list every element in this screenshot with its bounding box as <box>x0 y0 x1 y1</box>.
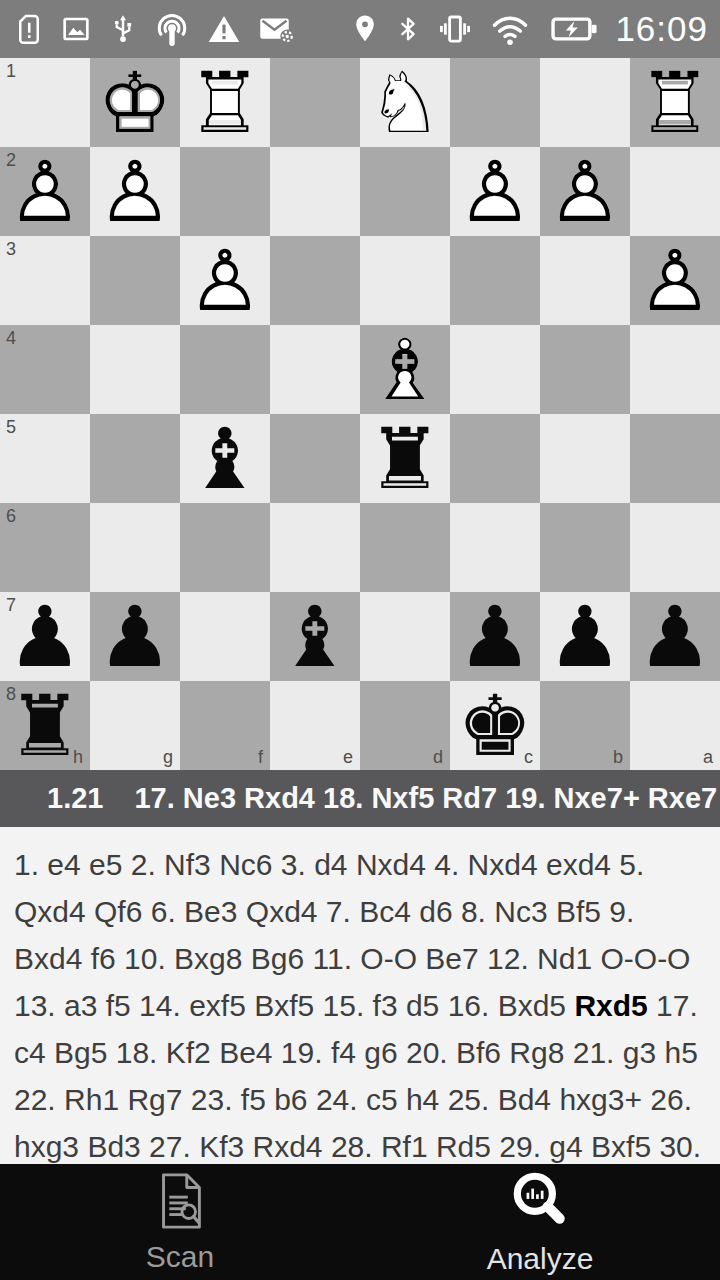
white-pawn: ♟♙ <box>0 147 90 236</box>
square-b1[interactable] <box>540 58 630 147</box>
square-c4[interactable] <box>450 325 540 414</box>
square-d4[interactable]: ♝♗ <box>360 325 450 414</box>
square-g7[interactable]: ♟ <box>90 592 180 681</box>
square-e3[interactable] <box>270 236 360 325</box>
black-rook: ♜ <box>0 681 90 770</box>
square-d8[interactable]: d <box>360 681 450 770</box>
engine-eval-bar[interactable]: 1.21 17. Ne3 Rxd4 18. Nxf5 Rd7 19. Nxe7+… <box>0 770 720 827</box>
square-f6[interactable] <box>180 503 270 592</box>
square-a4[interactable] <box>630 325 720 414</box>
square-c2[interactable]: ♟♙ <box>450 147 540 236</box>
square-c8[interactable]: c♚ <box>450 681 540 770</box>
current-move[interactable]: Rxd5 <box>574 989 647 1022</box>
square-c6[interactable] <box>450 503 540 592</box>
square-e7[interactable]: ♝ <box>270 592 360 681</box>
square-a1[interactable]: ♜♖ <box>630 58 720 147</box>
square-b3[interactable] <box>540 236 630 325</box>
square-c1[interactable] <box>450 58 540 147</box>
square-e6[interactable] <box>270 503 360 592</box>
sim-alert-icon <box>14 12 44 46</box>
usb-icon <box>108 12 138 46</box>
bottom-nav: Scan Analyze <box>0 1164 720 1280</box>
file-label-g: g <box>163 748 173 766</box>
file-label-b: b <box>613 748 623 766</box>
white-pawn: ♟♙ <box>90 147 180 236</box>
black-bishop: ♝ <box>180 414 270 503</box>
square-h1[interactable]: 1 <box>0 58 90 147</box>
square-d1[interactable]: ♞♘ <box>360 58 450 147</box>
tab-analyze[interactable]: Analyze <box>360 1164 720 1280</box>
square-e4[interactable] <box>270 325 360 414</box>
square-g8[interactable]: g <box>90 681 180 770</box>
rank-label-4: 4 <box>6 329 16 347</box>
app-screen: 16:09 1♚♔♜♖♞♘♜♖2♟♙♟♙♟♙♟♙3♟♙♟♙4♝♗5♝♜67♟♟♝… <box>0 0 720 1280</box>
scan-document-icon <box>149 1170 211 1236</box>
vibrate-icon <box>437 12 473 46</box>
black-bishop: ♝ <box>270 592 360 681</box>
black-pawn: ♟ <box>90 592 180 681</box>
square-e5[interactable] <box>270 414 360 503</box>
status-bar: 16:09 <box>0 0 720 58</box>
battery-charging-icon <box>547 12 603 46</box>
square-e8[interactable]: e <box>270 681 360 770</box>
square-a5[interactable] <box>630 414 720 503</box>
square-f8[interactable]: f <box>180 681 270 770</box>
square-f7[interactable] <box>180 592 270 681</box>
location-icon <box>351 12 379 46</box>
square-h2[interactable]: 2♟♙ <box>0 147 90 236</box>
square-d7[interactable] <box>360 592 450 681</box>
square-h5[interactable]: 5 <box>0 414 90 503</box>
rank-label-1: 1 <box>6 62 16 80</box>
square-a6[interactable] <box>630 503 720 592</box>
file-label-d: d <box>433 748 443 766</box>
wifi-icon <box>489 12 531 46</box>
white-pawn: ♟♙ <box>630 236 720 325</box>
file-label-a: a <box>703 748 713 766</box>
move-list: 1. e4 e5 2. Nf3 Nc6 3. d4 Nxd4 4. Nxd4 e… <box>14 841 706 1217</box>
white-knight: ♞♘ <box>360 58 450 147</box>
file-label-e: e <box>343 748 353 766</box>
black-pawn: ♟ <box>540 592 630 681</box>
analyze-label: Analyze <box>487 1242 594 1276</box>
square-a2[interactable] <box>630 147 720 236</box>
white-rook: ♜♖ <box>630 58 720 147</box>
white-pawn: ♟♙ <box>180 236 270 325</box>
engine-best-line: 17. Ne3 Rxd4 18. Nxf5 Rd7 19. Nxe7+ Rxe7… <box>134 782 720 815</box>
square-c7[interactable]: ♟ <box>450 592 540 681</box>
square-h7[interactable]: 7♟ <box>0 592 90 681</box>
tab-scan[interactable]: Scan <box>0 1164 360 1280</box>
square-f4[interactable] <box>180 325 270 414</box>
chess-board[interactable]: 1♚♔♜♖♞♘♜♖2♟♙♟♙♟♙♟♙3♟♙♟♙4♝♗5♝♜67♟♟♝♟♟♟8h♜… <box>0 58 720 770</box>
square-b7[interactable]: ♟ <box>540 592 630 681</box>
square-a8[interactable]: a <box>630 681 720 770</box>
black-pawn: ♟ <box>0 592 90 681</box>
square-b5[interactable] <box>540 414 630 503</box>
rank-label-6: 6 <box>6 507 16 525</box>
white-king: ♚♔ <box>90 58 180 147</box>
white-pawn: ♟♙ <box>540 147 630 236</box>
square-d6[interactable] <box>360 503 450 592</box>
white-pawn: ♟♙ <box>450 147 540 236</box>
square-h4[interactable]: 4 <box>0 325 90 414</box>
square-g2[interactable]: ♟♙ <box>90 147 180 236</box>
black-king: ♚ <box>450 681 540 770</box>
black-pawn: ♟ <box>450 592 540 681</box>
warning-icon <box>206 13 242 45</box>
square-e1[interactable] <box>270 58 360 147</box>
square-c3[interactable] <box>450 236 540 325</box>
square-f3[interactable]: ♟♙ <box>180 236 270 325</box>
rank-label-5: 5 <box>6 418 16 436</box>
white-bishop: ♝♗ <box>360 325 450 414</box>
square-b8[interactable]: b <box>540 681 630 770</box>
square-c5[interactable] <box>450 414 540 503</box>
square-f2[interactable] <box>180 147 270 236</box>
square-d3[interactable] <box>360 236 450 325</box>
square-g5[interactable] <box>90 414 180 503</box>
square-f5[interactable]: ♝ <box>180 414 270 503</box>
square-h6[interactable]: 6 <box>0 503 90 592</box>
square-d5[interactable]: ♜ <box>360 414 450 503</box>
hotspot-icon <box>154 11 190 47</box>
scan-label: Scan <box>146 1240 214 1274</box>
square-e2[interactable] <box>270 147 360 236</box>
square-h3[interactable]: 3 <box>0 236 90 325</box>
square-a7[interactable]: ♟ <box>630 592 720 681</box>
file-label-f: f <box>258 748 263 766</box>
square-g6[interactable] <box>90 503 180 592</box>
square-b4[interactable] <box>540 325 630 414</box>
gallery-icon <box>60 13 92 45</box>
square-b6[interactable] <box>540 503 630 592</box>
square-h8[interactable]: 8h♜ <box>0 681 90 770</box>
square-g4[interactable] <box>90 325 180 414</box>
bluetooth-icon <box>395 12 421 46</box>
black-rook: ♜ <box>360 414 450 503</box>
black-pawn: ♟ <box>630 592 720 681</box>
square-g3[interactable] <box>90 236 180 325</box>
square-d2[interactable] <box>360 147 450 236</box>
rank-label-3: 3 <box>6 240 16 258</box>
square-f1[interactable]: ♜♖ <box>180 58 270 147</box>
analyze-magnifier-icon <box>507 1168 573 1238</box>
square-g1[interactable]: ♚♔ <box>90 58 180 147</box>
square-b2[interactable]: ♟♙ <box>540 147 630 236</box>
square-a3[interactable]: ♟♙ <box>630 236 720 325</box>
clock-text: 16:09 <box>615 9 708 49</box>
move-list-panel[interactable]: 1. e4 e5 2. Nf3 Nc6 3. d4 Nxd4 4. Nxd4 e… <box>0 827 720 1164</box>
mail-sync-icon <box>258 14 294 44</box>
eval-score: 1.21 <box>47 782 103 815</box>
white-rook: ♜♖ <box>180 58 270 147</box>
